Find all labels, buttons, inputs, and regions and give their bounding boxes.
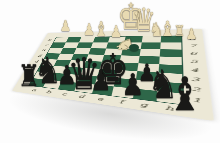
square-h8 bbox=[161, 36, 182, 43]
rank-label-1-right: 1 bbox=[184, 94, 211, 108]
board-coordinates: abcdefgh8877665544332211 bbox=[48, 29, 202, 33]
rank-label-8-right: 8 bbox=[182, 36, 202, 43]
chess-set-photo: abcdefgh8877665544332211 ♟♟♝♟♚♛♞♝♜♟♞♜♞♟♛… bbox=[0, 0, 220, 143]
